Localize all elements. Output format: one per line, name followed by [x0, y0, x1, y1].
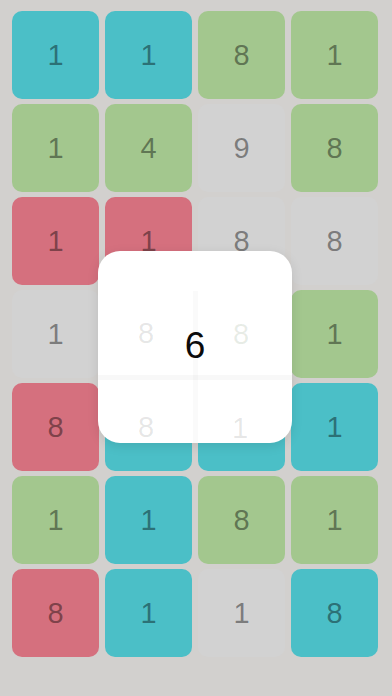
- tile-value: 4: [140, 132, 156, 165]
- popup-tile-card[interactable]: 8 8 8 1 6: [98, 251, 292, 443]
- tile-r7c2[interactable]: 1: [105, 569, 192, 657]
- tile-value: 1: [140, 504, 156, 537]
- tile-r6c1[interactable]: 1: [12, 476, 99, 564]
- tile-r4c1[interactable]: 1: [12, 290, 99, 378]
- tile-r1c2[interactable]: 1: [105, 11, 192, 99]
- tile-r6c4[interactable]: 1: [291, 476, 378, 564]
- tile-value: 8: [47, 411, 63, 444]
- tile-value: 1: [47, 504, 63, 537]
- tile-r5c4[interactable]: 1: [291, 383, 378, 471]
- tile-value: 1: [233, 597, 249, 630]
- under-card-tile-seam-horizontal: [98, 375, 292, 380]
- screen: { "game": "number-merge-puzzle (2048-sty…: [0, 0, 392, 696]
- tile-r3c4[interactable]: 8: [291, 197, 378, 285]
- tile-value: 1: [326, 504, 342, 537]
- tile-value: 8: [47, 597, 63, 630]
- tile-value: 1: [326, 39, 342, 72]
- tile-r1c1[interactable]: 1: [12, 11, 99, 99]
- tile-value: 9: [233, 132, 249, 165]
- tile-r6c3[interactable]: 8: [198, 476, 285, 564]
- tile-value: 1: [326, 411, 342, 444]
- tile-r7c4[interactable]: 8: [291, 569, 378, 657]
- tile-value: 8: [326, 225, 342, 258]
- tile-r2c1[interactable]: 1: [12, 104, 99, 192]
- tile-r5c1[interactable]: 8: [12, 383, 99, 471]
- tile-value: 8: [326, 132, 342, 165]
- tile-r4c4[interactable]: 1: [291, 290, 378, 378]
- tile-value: 8: [326, 597, 342, 630]
- ghost-tile-value: 8: [138, 317, 154, 350]
- tile-r7c1[interactable]: 8: [12, 569, 99, 657]
- ghost-tile-value: 1: [232, 412, 248, 444]
- tile-r2c4[interactable]: 8: [291, 104, 378, 192]
- tile-r6c2[interactable]: 1: [105, 476, 192, 564]
- tile-r7c3[interactable]: 1: [198, 569, 285, 657]
- tile-r2c3[interactable]: 9: [198, 104, 285, 192]
- tile-r1c4[interactable]: 1: [291, 11, 378, 99]
- tile-r1c3[interactable]: 8: [198, 11, 285, 99]
- tile-value: 1: [47, 39, 63, 72]
- tile-value: 1: [140, 39, 156, 72]
- ghost-tile-value: 8: [233, 318, 249, 351]
- tile-value: 1: [326, 318, 342, 351]
- tile-value: 1: [47, 318, 63, 351]
- tile-value: 8: [233, 39, 249, 72]
- tile-value: 1: [47, 132, 63, 165]
- tile-value: 8: [233, 504, 249, 537]
- ghost-tile-value: 8: [138, 411, 154, 444]
- popup-tile-value: 6: [185, 325, 206, 367]
- tile-r2c2[interactable]: 4: [105, 104, 192, 192]
- tile-value: 1: [140, 597, 156, 630]
- tile-r3c1[interactable]: 1: [12, 197, 99, 285]
- tile-value: 1: [47, 225, 63, 258]
